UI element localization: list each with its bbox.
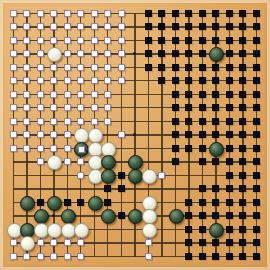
black-stone[interactable]: [101, 155, 116, 170]
white-territory-marker[interactable]: [77, 104, 84, 111]
black-territory-marker[interactable]: [199, 199, 206, 206]
black-territory-marker[interactable]: [172, 37, 179, 44]
black-territory-marker[interactable]: [145, 37, 152, 44]
white-territory-marker[interactable]: [64, 77, 71, 84]
white-stone[interactable]: [47, 223, 62, 238]
marked-black-stone[interactable]: [74, 142, 89, 157]
white-territory-marker[interactable]: [23, 91, 30, 98]
white-territory-marker[interactable]: [10, 118, 17, 125]
black-territory-marker[interactable]: [239, 253, 246, 260]
black-territory-marker[interactable]: [239, 239, 246, 246]
white-territory-marker[interactable]: [37, 50, 44, 57]
white-territory-marker[interactable]: [23, 131, 30, 138]
black-territory-marker[interactable]: [172, 23, 179, 30]
white-territory-marker[interactable]: [37, 37, 44, 44]
black-territory-marker[interactable]: [239, 77, 246, 84]
white-territory-marker[interactable]: [50, 253, 57, 260]
white-territory-marker[interactable]: [104, 10, 111, 17]
black-territory-marker[interactable]: [239, 50, 246, 57]
black-territory-marker[interactable]: [239, 104, 246, 111]
dead-stone-mark: [78, 146, 85, 153]
white-territory-marker[interactable]: [37, 118, 44, 125]
black-territory-marker[interactable]: [253, 23, 260, 30]
white-territory-marker[interactable]: [91, 104, 98, 111]
white-territory-marker[interactable]: [50, 37, 57, 44]
white-territory-marker[interactable]: [64, 145, 71, 152]
black-stone[interactable]: [61, 209, 76, 224]
white-stone[interactable]: [47, 155, 62, 170]
white-territory-marker[interactable]: [145, 253, 152, 260]
black-territory-marker[interactable]: [118, 185, 125, 192]
black-territory-marker[interactable]: [185, 253, 192, 260]
white-stone[interactable]: [142, 209, 157, 224]
go-board[interactable]: [0, 0, 270, 270]
black-territory-marker[interactable]: [239, 131, 246, 138]
white-territory-marker[interactable]: [104, 91, 111, 98]
black-territory-marker[interactable]: [212, 158, 219, 165]
white-territory-marker[interactable]: [50, 10, 57, 17]
white-territory-marker[interactable]: [37, 104, 44, 111]
black-territory-marker[interactable]: [185, 131, 192, 138]
black-territory-marker[interactable]: [185, 50, 192, 57]
black-territory-marker[interactable]: [185, 226, 192, 233]
black-territory-marker[interactable]: [226, 64, 233, 71]
black-territory-marker[interactable]: [185, 239, 192, 246]
white-territory-marker[interactable]: [104, 50, 111, 57]
white-territory-marker[interactable]: [10, 77, 17, 84]
black-territory-marker[interactable]: [199, 253, 206, 260]
white-territory-marker[interactable]: [77, 37, 84, 44]
black-territory-marker[interactable]: [226, 253, 233, 260]
black-stone[interactable]: [101, 169, 116, 184]
white-territory-marker[interactable]: [23, 145, 30, 152]
black-territory-marker[interactable]: [253, 145, 260, 152]
black-territory-marker[interactable]: [185, 10, 192, 17]
black-territory-marker[interactable]: [185, 77, 192, 84]
black-territory-marker[interactable]: [239, 64, 246, 71]
white-territory-marker[interactable]: [104, 118, 111, 125]
black-territory-marker[interactable]: [172, 118, 179, 125]
white-territory-marker[interactable]: [77, 23, 84, 30]
black-territory-marker[interactable]: [199, 64, 206, 71]
black-territory-marker[interactable]: [199, 226, 206, 233]
black-territory-marker[interactable]: [145, 64, 152, 71]
black-territory-marker[interactable]: [172, 145, 179, 152]
black-territory-marker[interactable]: [212, 23, 219, 30]
black-territory-marker[interactable]: [185, 199, 192, 206]
white-territory-marker[interactable]: [77, 10, 84, 17]
black-territory-marker[interactable]: [199, 91, 206, 98]
white-territory-marker[interactable]: [23, 37, 30, 44]
black-territory-marker[interactable]: [212, 185, 219, 192]
white-territory-marker[interactable]: [10, 23, 17, 30]
black-territory-marker[interactable]: [212, 64, 219, 71]
white-territory-marker[interactable]: [77, 50, 84, 57]
black-territory-marker[interactable]: [212, 37, 219, 44]
black-territory-marker[interactable]: [212, 253, 219, 260]
black-territory-marker[interactable]: [226, 158, 233, 165]
black-territory-marker[interactable]: [239, 199, 246, 206]
white-territory-marker[interactable]: [77, 239, 84, 246]
star-point: [133, 52, 136, 55]
white-stone[interactable]: [74, 128, 89, 143]
black-territory-marker[interactable]: [239, 226, 246, 233]
white-territory-marker[interactable]: [104, 77, 111, 84]
black-territory-marker[interactable]: [37, 199, 44, 206]
black-territory-marker[interactable]: [212, 118, 219, 125]
black-territory-marker[interactable]: [239, 158, 246, 165]
black-territory-marker[interactable]: [239, 10, 246, 17]
white-territory-marker[interactable]: [64, 253, 71, 260]
black-territory-marker[interactable]: [212, 131, 219, 138]
black-territory-marker[interactable]: [212, 77, 219, 84]
black-territory-marker[interactable]: [158, 77, 165, 84]
black-stone[interactable]: [128, 209, 143, 224]
black-territory-marker[interactable]: [199, 50, 206, 57]
black-territory-marker[interactable]: [185, 104, 192, 111]
black-territory-marker[interactable]: [199, 37, 206, 44]
black-territory-marker[interactable]: [253, 77, 260, 84]
white-territory-marker[interactable]: [37, 23, 44, 30]
black-territory-marker[interactable]: [226, 226, 233, 233]
white-territory-marker[interactable]: [104, 37, 111, 44]
white-territory-marker[interactable]: [91, 37, 98, 44]
white-territory-marker[interactable]: [118, 64, 125, 71]
white-territory-marker[interactable]: [91, 91, 98, 98]
white-territory-marker[interactable]: [77, 172, 84, 179]
white-territory-marker[interactable]: [104, 23, 111, 30]
black-territory-marker[interactable]: [185, 118, 192, 125]
white-territory-marker[interactable]: [50, 77, 57, 84]
white-territory-marker[interactable]: [50, 118, 57, 125]
black-territory-marker[interactable]: [158, 10, 165, 17]
black-territory-marker[interactable]: [199, 185, 206, 192]
white-territory-marker[interactable]: [37, 77, 44, 84]
black-stone[interactable]: [209, 223, 224, 238]
white-territory-marker[interactable]: [10, 145, 17, 152]
white-territory-marker[interactable]: [64, 239, 71, 246]
white-territory-marker[interactable]: [64, 131, 71, 138]
black-territory-marker[interactable]: [226, 104, 233, 111]
black-territory-marker[interactable]: [212, 239, 219, 246]
black-territory-marker[interactable]: [226, 172, 233, 179]
white-territory-marker[interactable]: [158, 172, 165, 179]
white-territory-marker[interactable]: [10, 253, 17, 260]
white-territory-marker[interactable]: [37, 91, 44, 98]
black-territory-marker[interactable]: [253, 118, 260, 125]
black-stone[interactable]: [209, 47, 224, 62]
black-territory-marker[interactable]: [253, 172, 260, 179]
black-territory-marker[interactable]: [226, 212, 233, 219]
white-territory-marker[interactable]: [64, 91, 71, 98]
black-territory-marker[interactable]: [64, 199, 71, 206]
white-territory-marker[interactable]: [50, 91, 57, 98]
white-territory-marker[interactable]: [64, 158, 71, 165]
black-territory-marker[interactable]: [226, 91, 233, 98]
white-territory-marker[interactable]: [118, 131, 125, 138]
black-territory-marker[interactable]: [172, 10, 179, 17]
black-territory-marker[interactable]: [239, 37, 246, 44]
black-stone[interactable]: [101, 209, 116, 224]
black-territory-marker[interactable]: [253, 239, 260, 246]
black-territory-marker[interactable]: [172, 91, 179, 98]
black-territory-marker[interactable]: [239, 172, 246, 179]
black-territory-marker[interactable]: [145, 50, 152, 57]
white-territory-marker[interactable]: [77, 77, 84, 84]
white-territory-marker[interactable]: [104, 64, 111, 71]
white-territory-marker[interactable]: [10, 91, 17, 98]
black-territory-marker[interactable]: [104, 199, 111, 206]
black-territory-marker[interactable]: [212, 199, 219, 206]
white-territory-marker[interactable]: [145, 239, 152, 246]
white-territory-marker[interactable]: [64, 64, 71, 71]
black-territory-marker[interactable]: [253, 50, 260, 57]
black-territory-marker[interactable]: [239, 145, 246, 152]
white-territory-marker[interactable]: [37, 253, 44, 260]
black-territory-marker[interactable]: [172, 77, 179, 84]
white-territory-marker[interactable]: [37, 239, 44, 246]
white-territory-marker[interactable]: [77, 91, 84, 98]
white-territory-marker[interactable]: [23, 50, 30, 57]
black-territory-marker[interactable]: [212, 212, 219, 219]
black-territory-marker[interactable]: [212, 10, 219, 17]
black-territory-marker[interactable]: [199, 10, 206, 17]
white-stone[interactable]: [142, 169, 157, 184]
black-stone[interactable]: [34, 209, 49, 224]
white-territory-marker[interactable]: [23, 253, 30, 260]
black-territory-marker[interactable]: [253, 158, 260, 165]
black-territory-marker[interactable]: [239, 185, 246, 192]
black-territory-marker[interactable]: [239, 23, 246, 30]
white-territory-marker[interactable]: [37, 131, 44, 138]
white-territory-marker[interactable]: [50, 23, 57, 30]
white-territory-marker[interactable]: [64, 104, 71, 111]
black-territory-marker[interactable]: [239, 118, 246, 125]
white-territory-marker[interactable]: [50, 145, 57, 152]
black-territory-marker[interactable]: [253, 131, 260, 138]
white-territory-marker[interactable]: [91, 118, 98, 125]
white-territory-marker[interactable]: [91, 77, 98, 84]
white-territory-marker[interactable]: [118, 10, 125, 17]
black-territory-marker[interactable]: [212, 104, 219, 111]
black-territory-marker[interactable]: [253, 37, 260, 44]
white-territory-marker[interactable]: [77, 64, 84, 71]
star-point: [52, 214, 55, 217]
black-territory-marker[interactable]: [239, 91, 246, 98]
black-territory-marker[interactable]: [185, 145, 192, 152]
black-territory-marker[interactable]: [118, 172, 125, 179]
white-stone[interactable]: [88, 128, 103, 143]
black-territory-marker[interactable]: [226, 239, 233, 246]
black-territory-marker[interactable]: [185, 64, 192, 71]
black-stone[interactable]: [209, 142, 224, 157]
black-territory-marker[interactable]: [226, 118, 233, 125]
white-territory-marker[interactable]: [23, 10, 30, 17]
white-stone[interactable]: [74, 223, 89, 238]
white-territory-marker[interactable]: [64, 37, 71, 44]
black-territory-marker[interactable]: [199, 23, 206, 30]
black-territory-marker[interactable]: [253, 199, 260, 206]
black-territory-marker[interactable]: [185, 23, 192, 30]
black-territory-marker[interactable]: [253, 212, 260, 219]
black-territory-marker[interactable]: [77, 199, 84, 206]
white-territory-marker[interactable]: [64, 10, 71, 17]
black-territory-marker[interactable]: [253, 185, 260, 192]
white-territory-marker[interactable]: [118, 77, 125, 84]
black-territory-marker[interactable]: [226, 37, 233, 44]
black-territory-marker[interactable]: [226, 50, 233, 57]
black-stone[interactable]: [47, 196, 62, 211]
white-territory-marker[interactable]: [10, 10, 17, 17]
white-stone[interactable]: [142, 223, 157, 238]
black-territory-marker[interactable]: [199, 104, 206, 111]
black-territory-marker[interactable]: [226, 185, 233, 192]
black-territory-marker[interactable]: [226, 199, 233, 206]
white-territory-marker[interactable]: [50, 239, 57, 246]
white-territory-marker[interactable]: [37, 158, 44, 165]
white-territory-marker[interactable]: [10, 239, 17, 246]
black-stone[interactable]: [128, 169, 143, 184]
white-territory-marker[interactable]: [23, 77, 30, 84]
black-territory-marker[interactable]: [253, 104, 260, 111]
black-stone[interactable]: [169, 209, 184, 224]
white-territory-marker[interactable]: [64, 50, 71, 57]
white-territory-marker[interactable]: [91, 50, 98, 57]
black-territory-marker[interactable]: [172, 104, 179, 111]
black-territory-marker[interactable]: [185, 37, 192, 44]
black-territory-marker[interactable]: [253, 10, 260, 17]
black-territory-marker[interactable]: [199, 158, 206, 165]
white-territory-marker[interactable]: [37, 145, 44, 152]
white-territory-marker[interactable]: [77, 118, 84, 125]
black-territory-marker[interactable]: [199, 131, 206, 138]
white-territory-marker[interactable]: [77, 253, 84, 260]
black-territory-marker[interactable]: [212, 91, 219, 98]
white-stone[interactable]: [47, 47, 62, 62]
white-territory-marker[interactable]: [10, 104, 17, 111]
black-territory-marker[interactable]: [145, 23, 152, 30]
black-territory-marker[interactable]: [172, 131, 179, 138]
black-territory-marker[interactable]: [185, 212, 192, 219]
white-stone[interactable]: [20, 236, 35, 251]
white-territory-marker[interactable]: [23, 64, 30, 71]
star-point: [133, 133, 136, 136]
black-stone[interactable]: [20, 196, 35, 211]
white-territory-marker[interactable]: [64, 23, 71, 30]
white-territory-marker[interactable]: [91, 64, 98, 71]
white-territory-marker[interactable]: [37, 64, 44, 71]
white-territory-marker[interactable]: [10, 50, 17, 57]
black-territory-marker[interactable]: [172, 50, 179, 57]
black-territory-marker[interactable]: [253, 91, 260, 98]
white-territory-marker[interactable]: [23, 23, 30, 30]
white-territory-marker[interactable]: [91, 10, 98, 17]
black-territory-marker[interactable]: [226, 10, 233, 17]
black-territory-marker[interactable]: [145, 10, 152, 17]
black-territory-marker[interactable]: [172, 158, 179, 165]
black-territory-marker[interactable]: [172, 64, 179, 71]
black-territory-marker[interactable]: [226, 23, 233, 30]
white-territory-marker[interactable]: [50, 104, 57, 111]
black-territory-marker[interactable]: [253, 253, 260, 260]
white-territory-marker[interactable]: [50, 131, 57, 138]
white-territory-marker[interactable]: [118, 23, 125, 30]
black-stone[interactable]: [128, 155, 143, 170]
white-territory-marker[interactable]: [104, 104, 111, 111]
black-territory-marker[interactable]: [199, 212, 206, 219]
black-territory-marker[interactable]: [226, 131, 233, 138]
black-territory-marker[interactable]: [118, 212, 125, 219]
white-territory-marker[interactable]: [118, 37, 125, 44]
black-territory-marker[interactable]: [239, 212, 246, 219]
white-territory-marker[interactable]: [23, 104, 30, 111]
white-territory-marker[interactable]: [10, 37, 17, 44]
black-territory-marker[interactable]: [253, 226, 260, 233]
white-territory-marker[interactable]: [91, 23, 98, 30]
black-stone[interactable]: [88, 196, 103, 211]
black-territory-marker[interactable]: [104, 185, 111, 192]
black-territory-marker[interactable]: [253, 64, 260, 71]
white-territory-marker[interactable]: [50, 64, 57, 71]
white-territory-marker[interactable]: [10, 64, 17, 71]
white-territory-marker[interactable]: [23, 118, 30, 125]
white-territory-marker[interactable]: [118, 50, 125, 57]
black-territory-marker[interactable]: [226, 145, 233, 152]
black-territory-marker[interactable]: [199, 145, 206, 152]
black-territory-marker[interactable]: [158, 64, 165, 71]
white-territory-marker[interactable]: [10, 131, 17, 138]
black-territory-marker[interactable]: [226, 77, 233, 84]
white-territory-marker[interactable]: [64, 118, 71, 125]
black-territory-marker[interactable]: [158, 50, 165, 57]
black-territory-marker[interactable]: [158, 23, 165, 30]
white-territory-marker[interactable]: [77, 158, 84, 165]
black-territory-marker[interactable]: [199, 77, 206, 84]
black-territory-marker[interactable]: [158, 37, 165, 44]
black-territory-marker[interactable]: [199, 118, 206, 125]
white-territory-marker[interactable]: [37, 10, 44, 17]
black-territory-marker[interactable]: [199, 239, 206, 246]
black-territory-marker[interactable]: [185, 91, 192, 98]
